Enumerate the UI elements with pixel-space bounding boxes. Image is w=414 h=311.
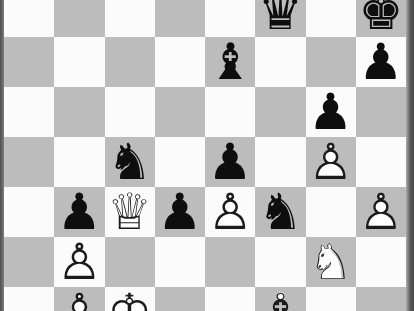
piece-black-knight[interactable]: ♞ (255, 187, 305, 237)
piece-black-pawn[interactable]: ♟ (155, 187, 205, 237)
square-c5[interactable]: ♞ (105, 137, 155, 187)
square-g4[interactable] (306, 187, 356, 237)
queen-outline-layer: ♕ (105, 187, 155, 237)
piece-black-king[interactable]: ♚ (356, 0, 406, 37)
piece-black-pawn[interactable]: ♟ (306, 87, 356, 137)
square-e6[interactable] (205, 87, 255, 137)
chess-board: ♛♚♝♟♟♞♟♟♙♟♛♕♟♟♙♞♟♙♟♙♞♘♟♙♚♔♝♗ (4, 0, 406, 311)
square-h8[interactable]: ♚ (356, 0, 406, 37)
square-d5[interactable] (155, 137, 205, 187)
piece-white-pawn[interactable]: ♟♙ (205, 187, 255, 237)
square-f2[interactable]: ♝♗ (255, 287, 305, 311)
square-h7[interactable]: ♟ (356, 37, 406, 87)
square-f5[interactable] (255, 137, 305, 187)
square-a6[interactable] (4, 87, 54, 137)
square-c3[interactable] (105, 237, 155, 287)
square-c2[interactable]: ♚♔ (105, 287, 155, 311)
square-f4[interactable]: ♞ (255, 187, 305, 237)
square-f8[interactable]: ♛ (255, 0, 305, 37)
pawn-outline-layer: ♙ (54, 237, 104, 287)
piece-white-queen[interactable]: ♛♕ (105, 187, 155, 237)
square-b3[interactable]: ♟♙ (54, 237, 104, 287)
square-g6[interactable]: ♟ (306, 87, 356, 137)
piece-white-pawn[interactable]: ♟♙ (356, 187, 406, 237)
square-e2[interactable] (205, 287, 255, 311)
king-outline-layer: ♔ (105, 287, 155, 311)
square-d2[interactable] (155, 287, 205, 311)
square-d7[interactable] (155, 37, 205, 87)
square-a7[interactable] (4, 37, 54, 87)
square-d3[interactable] (155, 237, 205, 287)
piece-black-queen[interactable]: ♛ (255, 0, 305, 37)
knight-outline-layer: ♘ (306, 237, 356, 287)
square-b2[interactable]: ♟♙ (54, 287, 104, 311)
square-a5[interactable] (4, 137, 54, 187)
square-f3[interactable] (255, 237, 305, 287)
piece-black-pawn[interactable]: ♟ (54, 187, 104, 237)
square-e3[interactable] (205, 237, 255, 287)
bishop-outline-layer: ♗ (255, 287, 305, 311)
board-right-border (406, 0, 414, 311)
pawn-outline-layer: ♙ (205, 187, 255, 237)
square-e5[interactable]: ♟ (205, 137, 255, 187)
piece-white-pawn[interactable]: ♟♙ (54, 237, 104, 287)
square-h3[interactable] (356, 237, 406, 287)
square-g8[interactable] (306, 0, 356, 37)
square-b8[interactable] (54, 0, 104, 37)
square-g5[interactable]: ♟♙ (306, 137, 356, 187)
square-f7[interactable] (255, 37, 305, 87)
square-b4[interactable]: ♟ (54, 187, 104, 237)
square-h2[interactable] (356, 287, 406, 311)
pawn-outline-layer: ♙ (54, 287, 104, 311)
board-left-border (0, 0, 4, 311)
square-e4[interactable]: ♟♙ (205, 187, 255, 237)
piece-white-pawn[interactable]: ♟♙ (306, 137, 356, 187)
piece-white-bishop[interactable]: ♝♗ (255, 287, 305, 311)
square-a8[interactable] (4, 0, 54, 37)
piece-white-knight[interactable]: ♞♘ (306, 237, 356, 287)
square-d6[interactable] (155, 87, 205, 137)
square-b5[interactable] (54, 137, 104, 187)
square-a2[interactable] (4, 287, 54, 311)
piece-black-bishop[interactable]: ♝ (205, 37, 255, 87)
square-e7[interactable]: ♝ (205, 37, 255, 87)
square-f6[interactable] (255, 87, 305, 137)
square-g7[interactable] (306, 37, 356, 87)
square-c6[interactable] (105, 87, 155, 137)
square-g2[interactable] (306, 287, 356, 311)
square-h4[interactable]: ♟♙ (356, 187, 406, 237)
piece-black-pawn[interactable]: ♟ (356, 37, 406, 87)
square-h6[interactable] (356, 87, 406, 137)
piece-white-pawn[interactable]: ♟♙ (54, 287, 104, 311)
chessboard-viewport: ♛♚♝♟♟♞♟♟♙♟♛♕♟♟♙♞♟♙♟♙♞♘♟♙♚♔♝♗ (0, 0, 414, 311)
piece-black-pawn[interactable]: ♟ (205, 137, 255, 187)
square-g3[interactable]: ♞♘ (306, 237, 356, 287)
square-a4[interactable] (4, 187, 54, 237)
square-d4[interactable]: ♟ (155, 187, 205, 237)
square-d8[interactable] (155, 0, 205, 37)
square-h5[interactable] (356, 137, 406, 187)
square-e8[interactable] (205, 0, 255, 37)
square-b6[interactable] (54, 87, 104, 137)
square-c8[interactable] (105, 0, 155, 37)
pawn-outline-layer: ♙ (306, 137, 356, 187)
square-a3[interactable] (4, 237, 54, 287)
square-b7[interactable] (54, 37, 104, 87)
pawn-outline-layer: ♙ (356, 187, 406, 237)
square-c4[interactable]: ♛♕ (105, 187, 155, 237)
piece-white-king[interactable]: ♚♔ (105, 287, 155, 311)
square-c7[interactable] (105, 37, 155, 87)
piece-black-knight[interactable]: ♞ (105, 137, 155, 187)
